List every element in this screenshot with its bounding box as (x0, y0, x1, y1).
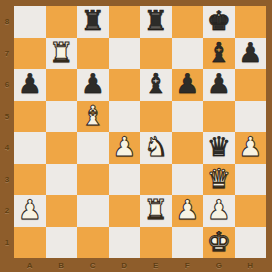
square-c1[interactable] (77, 227, 109, 259)
square-e1[interactable] (140, 227, 172, 259)
piece-black-rook-e8[interactable]: ♜ (144, 7, 168, 34)
square-d3[interactable] (109, 164, 141, 196)
piece-white-bishop-c5[interactable]: ♝ (81, 102, 105, 129)
file-label-a: A (14, 258, 46, 272)
square-g8[interactable]: ♚ (203, 6, 235, 38)
piece-white-king-g1[interactable]: ♚ (207, 228, 231, 255)
square-a5[interactable] (14, 101, 46, 133)
square-f5[interactable] (172, 101, 204, 133)
square-d5[interactable] (109, 101, 141, 133)
square-h2[interactable] (235, 195, 267, 227)
square-c2[interactable] (77, 195, 109, 227)
piece-white-rook-b7[interactable]: ♜ (49, 39, 73, 66)
square-a4[interactable] (14, 132, 46, 164)
piece-black-pawn-c6[interactable]: ♟ (81, 70, 105, 97)
square-a6[interactable]: ♟ (14, 69, 46, 101)
piece-white-knight-e4[interactable]: ♞ (144, 133, 168, 160)
square-f2[interactable]: ♟ (172, 195, 204, 227)
piece-black-bishop-g7[interactable]: ♝ (207, 39, 231, 66)
chess-board: 8♜♜♚7♜♝♟6♟♟♝♟♟5♝4♟♞♛♟3♛2♟♜♟♟1♚ABCDEFGH (0, 6, 266, 272)
corner-spacer (0, 258, 14, 272)
file-label-g: G (203, 258, 235, 272)
square-b3[interactable] (46, 164, 78, 196)
square-f8[interactable] (172, 6, 204, 38)
square-h1[interactable] (235, 227, 267, 259)
square-e4[interactable]: ♞ (140, 132, 172, 164)
piece-black-pawn-g6[interactable]: ♟ (207, 70, 231, 97)
rank-label-8: 8 (0, 6, 14, 38)
square-d7[interactable] (109, 38, 141, 70)
piece-black-bishop-e6[interactable]: ♝ (144, 70, 168, 97)
piece-black-rook-c8[interactable]: ♜ (81, 7, 105, 34)
rank-label-3: 3 (0, 164, 14, 196)
square-c3[interactable] (77, 164, 109, 196)
square-g1[interactable]: ♚ (203, 227, 235, 259)
piece-black-queen-g4[interactable]: ♛ (207, 133, 231, 160)
rank-label-1: 1 (0, 227, 14, 259)
square-d8[interactable] (109, 6, 141, 38)
piece-black-pawn-a6[interactable]: ♟ (18, 70, 42, 97)
square-g6[interactable]: ♟ (203, 69, 235, 101)
square-h6[interactable] (235, 69, 267, 101)
square-h7[interactable]: ♟ (235, 38, 267, 70)
square-e8[interactable]: ♜ (140, 6, 172, 38)
rank-label-2: 2 (0, 195, 14, 227)
piece-white-pawn-d4[interactable]: ♟ (112, 133, 136, 160)
square-g3[interactable]: ♛ (203, 164, 235, 196)
square-a7[interactable] (14, 38, 46, 70)
square-c7[interactable] (77, 38, 109, 70)
square-a1[interactable] (14, 227, 46, 259)
square-c4[interactable] (77, 132, 109, 164)
piece-black-pawn-f6[interactable]: ♟ (175, 70, 199, 97)
square-f3[interactable] (172, 164, 204, 196)
piece-white-pawn-g2[interactable]: ♟ (207, 196, 231, 223)
square-e2[interactable]: ♜ (140, 195, 172, 227)
rank-label-6: 6 (0, 69, 14, 101)
square-a3[interactable] (14, 164, 46, 196)
square-c6[interactable]: ♟ (77, 69, 109, 101)
piece-white-pawn-h4[interactable]: ♟ (238, 133, 262, 160)
piece-black-pawn-h7[interactable]: ♟ (238, 39, 262, 66)
file-label-d: D (109, 258, 141, 272)
square-g2[interactable]: ♟ (203, 195, 235, 227)
piece-black-king-g8[interactable]: ♚ (207, 7, 231, 34)
file-label-f: F (172, 258, 204, 272)
square-e6[interactable]: ♝ (140, 69, 172, 101)
square-e3[interactable] (140, 164, 172, 196)
square-e5[interactable] (140, 101, 172, 133)
square-f1[interactable] (172, 227, 204, 259)
square-d2[interactable] (109, 195, 141, 227)
square-a2[interactable]: ♟ (14, 195, 46, 227)
square-g4[interactable]: ♛ (203, 132, 235, 164)
square-f6[interactable]: ♟ (172, 69, 204, 101)
square-d4[interactable]: ♟ (109, 132, 141, 164)
piece-white-pawn-f2[interactable]: ♟ (175, 196, 199, 223)
rank-label-4: 4 (0, 132, 14, 164)
square-e7[interactable] (140, 38, 172, 70)
square-b8[interactable] (46, 6, 78, 38)
square-h8[interactable] (235, 6, 267, 38)
file-label-h: H (235, 258, 267, 272)
file-label-b: B (46, 258, 78, 272)
piece-white-queen-g3[interactable]: ♛ (207, 165, 231, 192)
square-b7[interactable]: ♜ (46, 38, 78, 70)
square-h4[interactable]: ♟ (235, 132, 267, 164)
file-label-e: E (140, 258, 172, 272)
square-b6[interactable] (46, 69, 78, 101)
square-f4[interactable] (172, 132, 204, 164)
square-c5[interactable]: ♝ (77, 101, 109, 133)
rank-label-7: 7 (0, 38, 14, 70)
piece-white-rook-e2[interactable]: ♜ (144, 196, 168, 223)
square-b1[interactable] (46, 227, 78, 259)
square-g5[interactable] (203, 101, 235, 133)
piece-white-pawn-a2[interactable]: ♟ (18, 196, 42, 223)
file-label-c: C (77, 258, 109, 272)
square-d1[interactable] (109, 227, 141, 259)
square-h3[interactable] (235, 164, 267, 196)
square-f7[interactable] (172, 38, 204, 70)
square-d6[interactable] (109, 69, 141, 101)
square-h5[interactable] (235, 101, 267, 133)
square-b2[interactable] (46, 195, 78, 227)
square-b4[interactable] (46, 132, 78, 164)
chess-board-frame: 8♜♜♚7♜♝♟6♟♟♝♟♟5♝4♟♞♛♟3♛2♟♜♟♟1♚ABCDEFGH (0, 0, 272, 272)
rank-label-5: 5 (0, 101, 14, 133)
square-b5[interactable] (46, 101, 78, 133)
square-c8[interactable]: ♜ (77, 6, 109, 38)
square-a8[interactable] (14, 6, 46, 38)
square-g7[interactable]: ♝ (203, 38, 235, 70)
